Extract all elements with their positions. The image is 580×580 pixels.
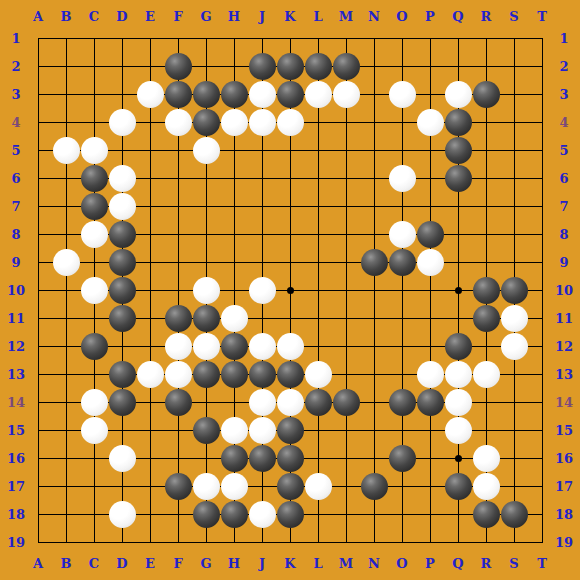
point-P12[interactable] xyxy=(416,332,444,360)
point-M18[interactable] xyxy=(332,500,360,528)
point-D10[interactable] xyxy=(108,276,136,304)
point-S16[interactable] xyxy=(500,444,528,472)
point-E4[interactable] xyxy=(136,108,164,136)
point-J2[interactable] xyxy=(248,52,276,80)
point-G17[interactable] xyxy=(192,472,220,500)
point-P9[interactable] xyxy=(416,248,444,276)
point-S18[interactable] xyxy=(500,500,528,528)
point-B13[interactable] xyxy=(52,360,80,388)
point-D13[interactable] xyxy=(108,360,136,388)
point-K18[interactable] xyxy=(276,500,304,528)
point-Q13[interactable] xyxy=(444,360,472,388)
point-B1[interactable] xyxy=(52,24,80,52)
point-C12[interactable] xyxy=(80,332,108,360)
point-J9[interactable] xyxy=(248,248,276,276)
point-N6[interactable] xyxy=(360,164,388,192)
point-R5[interactable] xyxy=(472,136,500,164)
point-G15[interactable] xyxy=(192,416,220,444)
point-S9[interactable] xyxy=(500,248,528,276)
point-T15[interactable] xyxy=(528,416,556,444)
point-S14[interactable] xyxy=(500,388,528,416)
point-O10[interactable] xyxy=(388,276,416,304)
point-L6[interactable] xyxy=(304,164,332,192)
point-P6[interactable] xyxy=(416,164,444,192)
point-P11[interactable] xyxy=(416,304,444,332)
point-J1[interactable] xyxy=(248,24,276,52)
point-K3[interactable] xyxy=(276,80,304,108)
point-S2[interactable] xyxy=(500,52,528,80)
point-B19[interactable] xyxy=(52,528,80,556)
point-F13[interactable] xyxy=(164,360,192,388)
point-F18[interactable] xyxy=(164,500,192,528)
point-K2[interactable] xyxy=(276,52,304,80)
point-H13[interactable] xyxy=(220,360,248,388)
point-D3[interactable] xyxy=(108,80,136,108)
point-E18[interactable] xyxy=(136,500,164,528)
point-T4[interactable] xyxy=(528,108,556,136)
point-A12[interactable] xyxy=(24,332,52,360)
point-R6[interactable] xyxy=(472,164,500,192)
point-A10[interactable] xyxy=(24,276,52,304)
point-Q11[interactable] xyxy=(444,304,472,332)
point-E14[interactable] xyxy=(136,388,164,416)
point-S3[interactable] xyxy=(500,80,528,108)
point-D7[interactable] xyxy=(108,192,136,220)
point-P18[interactable] xyxy=(416,500,444,528)
point-K8[interactable] xyxy=(276,220,304,248)
point-N10[interactable] xyxy=(360,276,388,304)
point-C5[interactable] xyxy=(80,136,108,164)
point-O9[interactable] xyxy=(388,248,416,276)
point-A7[interactable] xyxy=(24,192,52,220)
point-R15[interactable] xyxy=(472,416,500,444)
point-B6[interactable] xyxy=(52,164,80,192)
point-H17[interactable] xyxy=(220,472,248,500)
point-F16[interactable] xyxy=(164,444,192,472)
point-J19[interactable] xyxy=(248,528,276,556)
point-N7[interactable] xyxy=(360,192,388,220)
point-T8[interactable] xyxy=(528,220,556,248)
point-K10[interactable] xyxy=(276,276,304,304)
point-G5[interactable] xyxy=(192,136,220,164)
point-O7[interactable] xyxy=(388,192,416,220)
point-P8[interactable] xyxy=(416,220,444,248)
point-Q10[interactable] xyxy=(444,276,472,304)
point-G11[interactable] xyxy=(192,304,220,332)
point-S8[interactable] xyxy=(500,220,528,248)
point-Q8[interactable] xyxy=(444,220,472,248)
point-K17[interactable] xyxy=(276,472,304,500)
point-D2[interactable] xyxy=(108,52,136,80)
point-D11[interactable] xyxy=(108,304,136,332)
point-M17[interactable] xyxy=(332,472,360,500)
point-S10[interactable] xyxy=(500,276,528,304)
point-L1[interactable] xyxy=(304,24,332,52)
point-J11[interactable] xyxy=(248,304,276,332)
point-G9[interactable] xyxy=(192,248,220,276)
point-T2[interactable] xyxy=(528,52,556,80)
point-G4[interactable] xyxy=(192,108,220,136)
point-O12[interactable] xyxy=(388,332,416,360)
point-K12[interactable] xyxy=(276,332,304,360)
point-M15[interactable] xyxy=(332,416,360,444)
point-A1[interactable] xyxy=(24,24,52,52)
point-J14[interactable] xyxy=(248,388,276,416)
point-A18[interactable] xyxy=(24,500,52,528)
point-C18[interactable] xyxy=(80,500,108,528)
point-E19[interactable] xyxy=(136,528,164,556)
point-T1[interactable] xyxy=(528,24,556,52)
point-M16[interactable] xyxy=(332,444,360,472)
point-T5[interactable] xyxy=(528,136,556,164)
point-J4[interactable] xyxy=(248,108,276,136)
point-M9[interactable] xyxy=(332,248,360,276)
point-G7[interactable] xyxy=(192,192,220,220)
point-K13[interactable] xyxy=(276,360,304,388)
point-A11[interactable] xyxy=(24,304,52,332)
point-L5[interactable] xyxy=(304,136,332,164)
point-C19[interactable] xyxy=(80,528,108,556)
point-L3[interactable] xyxy=(304,80,332,108)
point-T19[interactable] xyxy=(528,528,556,556)
point-K15[interactable] xyxy=(276,416,304,444)
point-D9[interactable] xyxy=(108,248,136,276)
point-L13[interactable] xyxy=(304,360,332,388)
point-A5[interactable] xyxy=(24,136,52,164)
point-F12[interactable] xyxy=(164,332,192,360)
point-S11[interactable] xyxy=(500,304,528,332)
point-G19[interactable] xyxy=(192,528,220,556)
point-B8[interactable] xyxy=(52,220,80,248)
point-E15[interactable] xyxy=(136,416,164,444)
point-J5[interactable] xyxy=(248,136,276,164)
point-D17[interactable] xyxy=(108,472,136,500)
point-D6[interactable] xyxy=(108,164,136,192)
point-B15[interactable] xyxy=(52,416,80,444)
point-C13[interactable] xyxy=(80,360,108,388)
point-H18[interactable] xyxy=(220,500,248,528)
point-J16[interactable] xyxy=(248,444,276,472)
point-P15[interactable] xyxy=(416,416,444,444)
point-B9[interactable] xyxy=(52,248,80,276)
point-T10[interactable] xyxy=(528,276,556,304)
point-H5[interactable] xyxy=(220,136,248,164)
point-S19[interactable] xyxy=(500,528,528,556)
point-T18[interactable] xyxy=(528,500,556,528)
point-S7[interactable] xyxy=(500,192,528,220)
point-R16[interactable] xyxy=(472,444,500,472)
point-E3[interactable] xyxy=(136,80,164,108)
point-T13[interactable] xyxy=(528,360,556,388)
point-L4[interactable] xyxy=(304,108,332,136)
point-M5[interactable] xyxy=(332,136,360,164)
point-F19[interactable] xyxy=(164,528,192,556)
point-R18[interactable] xyxy=(472,500,500,528)
point-R9[interactable] xyxy=(472,248,500,276)
point-O2[interactable] xyxy=(388,52,416,80)
point-K5[interactable] xyxy=(276,136,304,164)
point-D12[interactable] xyxy=(108,332,136,360)
point-R10[interactable] xyxy=(472,276,500,304)
point-Q5[interactable] xyxy=(444,136,472,164)
point-H16[interactable] xyxy=(220,444,248,472)
point-K4[interactable] xyxy=(276,108,304,136)
point-E5[interactable] xyxy=(136,136,164,164)
point-A9[interactable] xyxy=(24,248,52,276)
point-R8[interactable] xyxy=(472,220,500,248)
point-A16[interactable] xyxy=(24,444,52,472)
point-L16[interactable] xyxy=(304,444,332,472)
point-R2[interactable] xyxy=(472,52,500,80)
point-K7[interactable] xyxy=(276,192,304,220)
point-H2[interactable] xyxy=(220,52,248,80)
point-F11[interactable] xyxy=(164,304,192,332)
point-R13[interactable] xyxy=(472,360,500,388)
point-E2[interactable] xyxy=(136,52,164,80)
point-K11[interactable] xyxy=(276,304,304,332)
point-B14[interactable] xyxy=(52,388,80,416)
point-Q15[interactable] xyxy=(444,416,472,444)
point-J7[interactable] xyxy=(248,192,276,220)
point-Q3[interactable] xyxy=(444,80,472,108)
point-B5[interactable] xyxy=(52,136,80,164)
point-K6[interactable] xyxy=(276,164,304,192)
point-S12[interactable] xyxy=(500,332,528,360)
point-B4[interactable] xyxy=(52,108,80,136)
point-P7[interactable] xyxy=(416,192,444,220)
point-D14[interactable] xyxy=(108,388,136,416)
point-L2[interactable] xyxy=(304,52,332,80)
point-H10[interactable] xyxy=(220,276,248,304)
point-L7[interactable] xyxy=(304,192,332,220)
point-C16[interactable] xyxy=(80,444,108,472)
point-S5[interactable] xyxy=(500,136,528,164)
point-C6[interactable] xyxy=(80,164,108,192)
point-E6[interactable] xyxy=(136,164,164,192)
point-K1[interactable] xyxy=(276,24,304,52)
point-L10[interactable] xyxy=(304,276,332,304)
point-E17[interactable] xyxy=(136,472,164,500)
point-C17[interactable] xyxy=(80,472,108,500)
point-C9[interactable] xyxy=(80,248,108,276)
point-J18[interactable] xyxy=(248,500,276,528)
point-F2[interactable] xyxy=(164,52,192,80)
point-O14[interactable] xyxy=(388,388,416,416)
point-R19[interactable] xyxy=(472,528,500,556)
point-G3[interactable] xyxy=(192,80,220,108)
point-L11[interactable] xyxy=(304,304,332,332)
point-E7[interactable] xyxy=(136,192,164,220)
point-G8[interactable] xyxy=(192,220,220,248)
point-P10[interactable] xyxy=(416,276,444,304)
point-O11[interactable] xyxy=(388,304,416,332)
point-F15[interactable] xyxy=(164,416,192,444)
point-N8[interactable] xyxy=(360,220,388,248)
point-Q2[interactable] xyxy=(444,52,472,80)
point-G14[interactable] xyxy=(192,388,220,416)
point-M2[interactable] xyxy=(332,52,360,80)
point-P5[interactable] xyxy=(416,136,444,164)
point-D16[interactable] xyxy=(108,444,136,472)
point-D19[interactable] xyxy=(108,528,136,556)
point-P16[interactable] xyxy=(416,444,444,472)
point-Q7[interactable] xyxy=(444,192,472,220)
point-M11[interactable] xyxy=(332,304,360,332)
point-N17[interactable] xyxy=(360,472,388,500)
point-F9[interactable] xyxy=(164,248,192,276)
point-O5[interactable] xyxy=(388,136,416,164)
point-J6[interactable] xyxy=(248,164,276,192)
point-O19[interactable] xyxy=(388,528,416,556)
point-D4[interactable] xyxy=(108,108,136,136)
point-M3[interactable] xyxy=(332,80,360,108)
point-N9[interactable] xyxy=(360,248,388,276)
point-T6[interactable] xyxy=(528,164,556,192)
point-N15[interactable] xyxy=(360,416,388,444)
point-R11[interactable] xyxy=(472,304,500,332)
point-C14[interactable] xyxy=(80,388,108,416)
point-D8[interactable] xyxy=(108,220,136,248)
point-O4[interactable] xyxy=(388,108,416,136)
point-A15[interactable] xyxy=(24,416,52,444)
point-C8[interactable] xyxy=(80,220,108,248)
point-M6[interactable] xyxy=(332,164,360,192)
point-O3[interactable] xyxy=(388,80,416,108)
point-Q1[interactable] xyxy=(444,24,472,52)
point-Q19[interactable] xyxy=(444,528,472,556)
point-R4[interactable] xyxy=(472,108,500,136)
point-H9[interactable] xyxy=(220,248,248,276)
point-D5[interactable] xyxy=(108,136,136,164)
point-H19[interactable] xyxy=(220,528,248,556)
point-G12[interactable] xyxy=(192,332,220,360)
point-P17[interactable] xyxy=(416,472,444,500)
point-Q6[interactable] xyxy=(444,164,472,192)
point-D15[interactable] xyxy=(108,416,136,444)
point-A14[interactable] xyxy=(24,388,52,416)
point-N4[interactable] xyxy=(360,108,388,136)
point-H1[interactable] xyxy=(220,24,248,52)
point-E1[interactable] xyxy=(136,24,164,52)
point-M7[interactable] xyxy=(332,192,360,220)
point-J10[interactable] xyxy=(248,276,276,304)
point-L15[interactable] xyxy=(304,416,332,444)
point-N2[interactable] xyxy=(360,52,388,80)
point-L12[interactable] xyxy=(304,332,332,360)
point-N16[interactable] xyxy=(360,444,388,472)
point-S13[interactable] xyxy=(500,360,528,388)
point-O13[interactable] xyxy=(388,360,416,388)
point-J12[interactable] xyxy=(248,332,276,360)
point-G6[interactable] xyxy=(192,164,220,192)
point-C3[interactable] xyxy=(80,80,108,108)
point-F10[interactable] xyxy=(164,276,192,304)
point-Q14[interactable] xyxy=(444,388,472,416)
point-E9[interactable] xyxy=(136,248,164,276)
point-C4[interactable] xyxy=(80,108,108,136)
point-A19[interactable] xyxy=(24,528,52,556)
point-R12[interactable] xyxy=(472,332,500,360)
point-Q18[interactable] xyxy=(444,500,472,528)
point-C2[interactable] xyxy=(80,52,108,80)
point-M14[interactable] xyxy=(332,388,360,416)
point-Q16[interactable] xyxy=(444,444,472,472)
point-B16[interactable] xyxy=(52,444,80,472)
point-D1[interactable] xyxy=(108,24,136,52)
point-T12[interactable] xyxy=(528,332,556,360)
point-A8[interactable] xyxy=(24,220,52,248)
point-F4[interactable] xyxy=(164,108,192,136)
point-A6[interactable] xyxy=(24,164,52,192)
point-H12[interactable] xyxy=(220,332,248,360)
point-H8[interactable] xyxy=(220,220,248,248)
point-O16[interactable] xyxy=(388,444,416,472)
point-M13[interactable] xyxy=(332,360,360,388)
point-F6[interactable] xyxy=(164,164,192,192)
point-G13[interactable] xyxy=(192,360,220,388)
point-E11[interactable] xyxy=(136,304,164,332)
point-H3[interactable] xyxy=(220,80,248,108)
point-M4[interactable] xyxy=(332,108,360,136)
point-J8[interactable] xyxy=(248,220,276,248)
point-P13[interactable] xyxy=(416,360,444,388)
point-G10[interactable] xyxy=(192,276,220,304)
point-B3[interactable] xyxy=(52,80,80,108)
point-F17[interactable] xyxy=(164,472,192,500)
point-N14[interactable] xyxy=(360,388,388,416)
point-H6[interactable] xyxy=(220,164,248,192)
point-H7[interactable] xyxy=(220,192,248,220)
point-T17[interactable] xyxy=(528,472,556,500)
point-F7[interactable] xyxy=(164,192,192,220)
point-S6[interactable] xyxy=(500,164,528,192)
point-C7[interactable] xyxy=(80,192,108,220)
point-J13[interactable] xyxy=(248,360,276,388)
point-J17[interactable] xyxy=(248,472,276,500)
point-F3[interactable] xyxy=(164,80,192,108)
point-F1[interactable] xyxy=(164,24,192,52)
point-N12[interactable] xyxy=(360,332,388,360)
point-N3[interactable] xyxy=(360,80,388,108)
point-N1[interactable] xyxy=(360,24,388,52)
point-C15[interactable] xyxy=(80,416,108,444)
point-D18[interactable] xyxy=(108,500,136,528)
point-N13[interactable] xyxy=(360,360,388,388)
point-Q17[interactable] xyxy=(444,472,472,500)
point-J15[interactable] xyxy=(248,416,276,444)
point-G2[interactable] xyxy=(192,52,220,80)
point-B7[interactable] xyxy=(52,192,80,220)
point-P3[interactable] xyxy=(416,80,444,108)
point-N5[interactable] xyxy=(360,136,388,164)
point-B12[interactable] xyxy=(52,332,80,360)
point-S15[interactable] xyxy=(500,416,528,444)
point-R1[interactable] xyxy=(472,24,500,52)
point-A4[interactable] xyxy=(24,108,52,136)
point-K19[interactable] xyxy=(276,528,304,556)
point-C10[interactable] xyxy=(80,276,108,304)
point-O1[interactable] xyxy=(388,24,416,52)
point-T11[interactable] xyxy=(528,304,556,332)
point-B11[interactable] xyxy=(52,304,80,332)
point-H14[interactable] xyxy=(220,388,248,416)
point-B2[interactable] xyxy=(52,52,80,80)
point-G16[interactable] xyxy=(192,444,220,472)
point-C1[interactable] xyxy=(80,24,108,52)
point-G18[interactable] xyxy=(192,500,220,528)
point-T7[interactable] xyxy=(528,192,556,220)
point-R3[interactable] xyxy=(472,80,500,108)
